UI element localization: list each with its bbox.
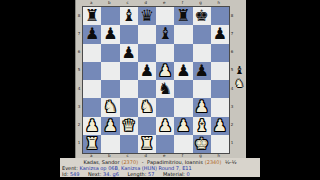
file-labels-top: abcdefgh	[82, 0, 228, 5]
square-e2: ♟	[156, 117, 174, 135]
stat-next-value: 34. g6	[103, 171, 119, 177]
captured-material-tray: ♝♞	[233, 64, 246, 92]
black-bishop: ♝	[120, 7, 138, 25]
white-queen: ♛	[120, 117, 138, 135]
rank-label-4: 4	[78, 86, 81, 91]
square-g6	[193, 44, 211, 62]
white-rook: ♜	[83, 135, 101, 153]
rank-label-3: 3	[78, 104, 81, 109]
square-b7: ♟	[101, 25, 119, 43]
white-king: ♚	[193, 135, 211, 153]
square-e6	[156, 44, 174, 62]
square-f7	[174, 25, 192, 43]
black-pawn: ♟	[174, 62, 192, 80]
file-label-h: h	[218, 153, 221, 158]
black-pawn: ♟	[138, 62, 156, 80]
white-pawn: ♟	[193, 98, 211, 116]
rank-label-2: 2	[231, 122, 234, 127]
square-g1: ♚	[193, 135, 211, 153]
file-label-e: e	[163, 153, 165, 158]
file-label-c: c	[127, 153, 129, 158]
chess-board: ♜♝♛♜♚♟♟♝♟♟♟♟♟♟♞♞♞♟♟♟♛♟♟♝♟♜♜♚	[82, 6, 230, 154]
square-c4	[120, 80, 138, 98]
rank-label-2: 2	[78, 122, 81, 127]
square-g2: ♝	[193, 117, 211, 135]
black-knight: ♞	[156, 80, 174, 98]
file-label-h: h	[218, 0, 221, 5]
square-b3: ♞	[101, 98, 119, 116]
black-king: ♚	[193, 7, 211, 25]
square-h4	[211, 80, 229, 98]
file-label-d: d	[145, 153, 148, 158]
square-f5: ♟	[174, 62, 192, 80]
square-h2: ♟	[211, 117, 229, 135]
rank-label-6: 6	[231, 49, 234, 54]
square-e5: ♟	[156, 62, 174, 80]
square-a5	[83, 62, 101, 80]
square-c5	[120, 62, 138, 80]
file-label-d: d	[145, 0, 148, 5]
white-knight: ♞	[101, 98, 119, 116]
square-c6: ♟	[120, 44, 138, 62]
rank-label-8: 8	[78, 13, 81, 18]
stat-material-value: 0	[187, 171, 190, 177]
stat-id-label: Id:	[62, 171, 68, 177]
square-e4: ♞	[156, 80, 174, 98]
file-label-a: a	[90, 0, 92, 5]
square-c1	[120, 135, 138, 153]
square-g3: ♟	[193, 98, 211, 116]
rank-label-3: 3	[231, 104, 234, 109]
rank-label-1: 1	[78, 140, 81, 145]
stats-line: Id: 549 Next: 34. g6 Length: 57 Material…	[62, 171, 197, 177]
square-a8: ♜	[83, 7, 101, 25]
square-b6	[101, 44, 119, 62]
square-c2: ♛	[120, 117, 138, 135]
square-a3	[83, 98, 101, 116]
white-rook: ♜	[138, 135, 156, 153]
file-label-e: e	[163, 0, 165, 5]
black-rook: ♜	[83, 7, 101, 25]
square-g7	[193, 25, 211, 43]
black-pawn: ♟	[211, 25, 229, 43]
square-b2: ♟	[101, 117, 119, 135]
square-f8: ♜	[174, 7, 192, 25]
square-e8	[156, 7, 174, 25]
file-label-c: c	[127, 0, 129, 5]
game-result: ½-½	[225, 159, 237, 165]
rank-label-5: 5	[78, 67, 81, 72]
square-c8: ♝	[120, 7, 138, 25]
white-pawn: ♟	[156, 117, 174, 135]
square-f3	[174, 98, 192, 116]
square-e1	[156, 135, 174, 153]
square-f4	[174, 80, 192, 98]
white-pawn: ♟	[101, 117, 119, 135]
black-player-rating: (2340)	[205, 159, 222, 165]
white-knight: ♞	[138, 98, 156, 116]
square-e7: ♝	[156, 25, 174, 43]
square-b4	[101, 80, 119, 98]
square-g8: ♚	[193, 7, 211, 25]
stat-id-value: 549	[70, 171, 80, 177]
square-d6	[138, 44, 156, 62]
square-a7: ♟	[83, 25, 101, 43]
file-label-g: g	[199, 0, 202, 5]
square-c7	[120, 25, 138, 43]
white-pawn: ♟	[211, 117, 229, 135]
square-b5	[101, 62, 119, 80]
black-pawn: ♟	[120, 44, 138, 62]
square-h1	[211, 135, 229, 153]
square-g5: ♟	[193, 62, 211, 80]
square-f2: ♟	[174, 117, 192, 135]
square-d1: ♜	[138, 135, 156, 153]
white-bishop: ♝	[193, 117, 211, 135]
file-label-f: f	[182, 0, 183, 5]
video-frame: abcdefgh 87654321 ♜♝♛♜♚♟♟♝♟♟♟♟♟♟♞♞♞♟♟♟♛♟…	[0, 0, 320, 180]
square-h7: ♟	[211, 25, 229, 43]
square-h8	[211, 7, 229, 25]
white-pawn: ♟	[156, 62, 174, 80]
square-d3: ♞	[138, 98, 156, 116]
square-a4	[83, 80, 101, 98]
square-d5: ♟	[138, 62, 156, 80]
black-bishop-icon: ♝	[235, 64, 245, 77]
chess-board-widget: abcdefgh 87654321 ♜♝♛♜♚♟♟♝♟♟♟♟♟♟♞♞♞♟♟♟♛♟…	[75, 0, 246, 158]
black-pawn: ♟	[193, 62, 211, 80]
white-pawn: ♟	[174, 117, 192, 135]
rank-label-6: 6	[78, 49, 81, 54]
square-a1: ♜	[83, 135, 101, 153]
stat-length-value: 57	[148, 171, 154, 177]
square-g4	[193, 80, 211, 98]
black-bishop: ♝	[156, 25, 174, 43]
square-c3	[120, 98, 138, 116]
square-d4	[138, 80, 156, 98]
square-f6	[174, 44, 192, 62]
square-d7	[138, 25, 156, 43]
square-h6	[211, 44, 229, 62]
square-a2: ♟	[83, 117, 101, 135]
square-f1	[174, 135, 192, 153]
square-d2	[138, 117, 156, 135]
stat-length-label: Length:	[128, 171, 147, 177]
game-info-panel: Kadas, Sandor(2370) - Papadimitriou, Ioa…	[60, 158, 260, 177]
black-pawn: ♟	[83, 25, 101, 43]
file-label-g: g	[199, 153, 202, 158]
square-h5	[211, 62, 229, 80]
square-e3	[156, 98, 174, 116]
square-a6	[83, 44, 101, 62]
rank-label-8: 8	[231, 13, 234, 18]
rank-label-7: 7	[231, 31, 234, 36]
file-label-f: f	[182, 153, 183, 158]
square-b8	[101, 7, 119, 25]
black-queen: ♛	[138, 7, 156, 25]
black-pawn: ♟	[101, 25, 119, 43]
black-rook: ♜	[174, 7, 192, 25]
square-d8: ♛	[138, 7, 156, 25]
square-h3	[211, 98, 229, 116]
file-label-b: b	[108, 0, 111, 5]
file-label-b: b	[108, 153, 111, 158]
white-pawn: ♟	[83, 117, 101, 135]
stat-material-label: Material:	[163, 171, 185, 177]
white-knight-icon: ♞	[235, 77, 245, 90]
rank-label-7: 7	[78, 31, 81, 36]
file-label-a: a	[90, 153, 92, 158]
stat-next-label: Next:	[88, 171, 101, 177]
square-b1	[101, 135, 119, 153]
rank-label-1: 1	[231, 140, 234, 145]
